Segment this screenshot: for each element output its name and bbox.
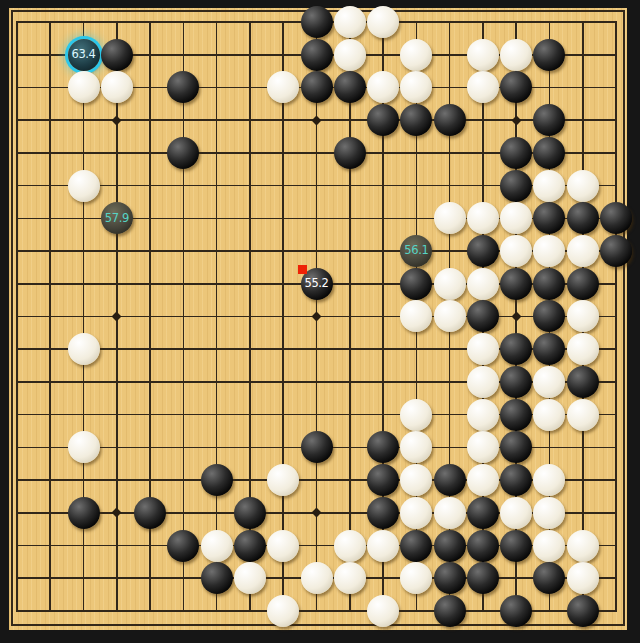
stone-black[interactable] [567,202,599,234]
stone-white[interactable] [400,497,432,529]
stone-black[interactable] [500,170,532,202]
go-board[interactable]: 63.457.956.155.2 [9,8,627,630]
stone-white[interactable] [533,366,565,398]
stone-white[interactable] [400,431,432,463]
grid-line [615,21,617,612]
stone-white[interactable] [500,497,532,529]
stone-black[interactable] [467,562,499,594]
stone-white[interactable] [533,464,565,496]
stone-white[interactable] [500,202,532,234]
stone-white[interactable] [467,366,499,398]
stone-black[interactable] [101,39,133,71]
stone-white[interactable] [334,39,366,71]
stone-white[interactable] [68,333,100,365]
stone-white[interactable] [533,530,565,562]
stone-white[interactable] [434,497,466,529]
stone-black[interactable] [367,464,399,496]
stone-white[interactable] [467,268,499,300]
stone-white[interactable] [567,300,599,332]
stone-winrate-label: 57.9 [101,202,133,234]
stone-black[interactable] [301,431,333,463]
stone-white[interactable] [500,235,532,267]
stone-black[interactable] [533,300,565,332]
stone-black[interactable] [167,71,199,103]
stone-black[interactable] [467,497,499,529]
stone-black[interactable] [533,137,565,169]
stone-white[interactable] [467,431,499,463]
stone-black[interactable] [500,431,532,463]
stone-black[interactable] [533,562,565,594]
star-point [312,115,322,125]
stone-white[interactable] [267,464,299,496]
stone-black[interactable] [367,104,399,136]
stone-white[interactable] [400,399,432,431]
stone-white[interactable] [567,235,599,267]
stone-white[interactable] [101,71,133,103]
stone-white[interactable] [68,431,100,463]
stone-black[interactable] [500,595,532,627]
stone-black[interactable] [134,497,166,529]
stone-white[interactable] [367,6,399,38]
stone-black[interactable] [234,530,266,562]
star-point [511,115,521,125]
stone-white[interactable] [567,333,599,365]
stone-white[interactable] [267,530,299,562]
stone-white[interactable] [434,300,466,332]
stone-white[interactable] [68,71,100,103]
stone-white[interactable] [367,530,399,562]
stone-white[interactable] [267,595,299,627]
stone-white[interactable] [334,530,366,562]
stone-white[interactable] [533,235,565,267]
stone-black[interactable] [167,530,199,562]
stone-black[interactable] [500,464,532,496]
stone-black[interactable] [367,497,399,529]
stone-white[interactable] [467,202,499,234]
stone-black[interactable] [434,562,466,594]
stone-white[interactable] [467,39,499,71]
stone-winrate-label: 63.4 [68,39,100,71]
stone-black[interactable] [600,202,632,234]
stone-black[interactable] [567,595,599,627]
stone-white[interactable] [267,71,299,103]
stone-black[interactable] [567,268,599,300]
stone-black[interactable] [301,6,333,38]
stone-black[interactable] [400,104,432,136]
stone-white[interactable] [567,399,599,431]
stone-white[interactable] [334,6,366,38]
star-point [112,312,122,322]
stone-white[interactable] [467,333,499,365]
stone-black[interactable] [434,530,466,562]
stone-white[interactable] [201,530,233,562]
stone-white[interactable] [301,562,333,594]
stone-white[interactable] [234,562,266,594]
stone-black[interactable] [467,300,499,332]
stone-white[interactable] [467,399,499,431]
stone-black[interactable] [533,39,565,71]
stone-white[interactable] [434,202,466,234]
stone-white[interactable] [367,595,399,627]
stone-black[interactable] [301,39,333,71]
stone-white[interactable] [467,464,499,496]
stone-white[interactable] [400,71,432,103]
star-point [511,312,521,322]
stone-black[interactable] [201,562,233,594]
star-point [112,508,122,518]
stone-black[interactable] [434,464,466,496]
stone-white[interactable] [334,562,366,594]
stone-black[interactable] [434,595,466,627]
stone-black[interactable] [234,497,266,529]
stone-black[interactable] [334,71,366,103]
stone-black[interactable]: 57.9 [101,202,133,234]
stone-black[interactable] [533,202,565,234]
stone-black[interactable] [500,399,532,431]
stone-black[interactable] [500,71,532,103]
stone-white[interactable] [567,562,599,594]
stone-black[interactable] [467,235,499,267]
star-point [312,312,322,322]
stone-white[interactable] [567,530,599,562]
stone-black[interactable] [533,333,565,365]
stone-black[interactable] [567,366,599,398]
stone-white[interactable] [400,562,432,594]
stone-white[interactable] [500,39,532,71]
grid-line [349,21,351,612]
stone-white[interactable] [533,497,565,529]
stone-white[interactable] [533,170,565,202]
stone-white[interactable] [68,170,100,202]
stone-winrate-label: 56.1 [400,235,432,267]
stone-white[interactable] [400,39,432,71]
star-point [312,508,322,518]
stone-black[interactable] [533,268,565,300]
star-point [112,115,122,125]
stone-black[interactable]: 56.1 [400,235,432,267]
stone-black[interactable] [467,530,499,562]
stone-black[interactable] [68,497,100,529]
stone-black[interactable] [500,333,532,365]
stone-black[interactable] [500,137,532,169]
stone-black[interactable] [167,137,199,169]
stone-black[interactable] [301,71,333,103]
stone-white[interactable] [467,71,499,103]
stone-black[interactable] [400,530,432,562]
stone-black[interactable] [400,268,432,300]
stone-white[interactable] [567,170,599,202]
stone-black[interactable] [500,366,532,398]
stone-black[interactable]: 55.2 [301,268,333,300]
stone-black[interactable] [533,104,565,136]
stone-black[interactable]: 63.4 [68,39,100,71]
stone-black[interactable] [201,464,233,496]
stone-white[interactable] [533,399,565,431]
stone-white[interactable] [434,268,466,300]
stone-black[interactable] [500,268,532,300]
last-move-marker [298,265,307,274]
stone-white[interactable] [400,464,432,496]
stone-black[interactable] [600,235,632,267]
stone-black[interactable] [500,530,532,562]
stone-white[interactable] [367,71,399,103]
stone-white[interactable] [400,300,432,332]
stone-black[interactable] [334,137,366,169]
stone-black[interactable] [367,431,399,463]
stone-black[interactable] [434,104,466,136]
